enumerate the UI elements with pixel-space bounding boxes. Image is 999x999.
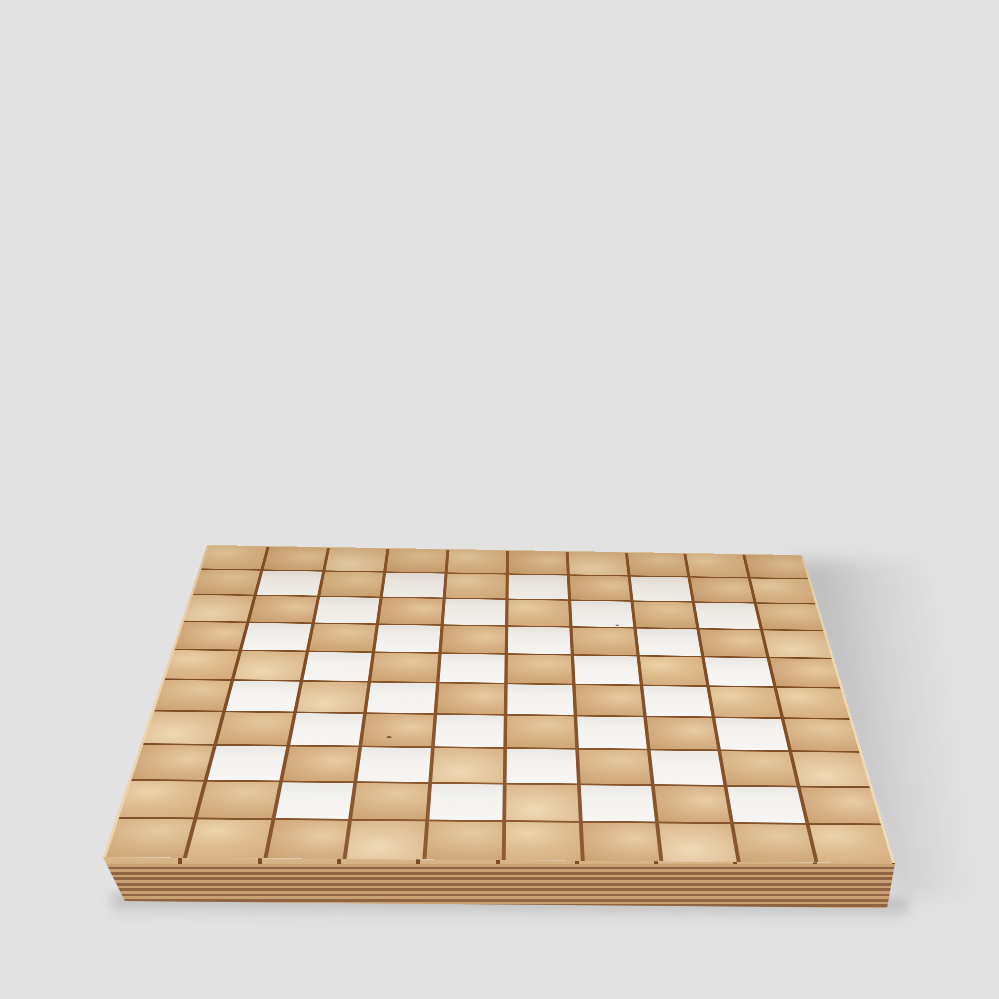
scene (0, 0, 999, 999)
border-cell (175, 622, 246, 650)
plywood-laminations (103, 864, 895, 908)
board-front-face (103, 855, 895, 908)
square-d7[interactable] (444, 599, 505, 625)
border-cell (448, 550, 506, 574)
square-a1[interactable] (197, 781, 278, 818)
square-c3[interactable] (363, 714, 434, 746)
square-c7[interactable] (379, 598, 442, 624)
square-f7[interactable] (571, 601, 633, 627)
border-cell (155, 680, 231, 711)
square-b8[interactable] (320, 572, 383, 597)
border-cell (734, 824, 815, 862)
square-h5[interactable] (705, 657, 773, 686)
square-h8[interactable] (691, 578, 754, 603)
square-f6[interactable] (572, 627, 636, 654)
border-cell (757, 604, 823, 630)
border-cell (144, 712, 222, 745)
square-g7[interactable] (633, 602, 696, 628)
square-b3[interactable] (290, 713, 363, 745)
square-e5[interactable] (508, 655, 572, 684)
square-h4[interactable] (710, 687, 781, 717)
square-a7[interactable] (250, 596, 317, 622)
square-e6[interactable] (508, 627, 571, 655)
square-f4[interactable] (575, 685, 642, 716)
border-cell (763, 630, 831, 657)
square-d3[interactable] (435, 715, 504, 747)
border-cell (387, 549, 447, 573)
border-cell (687, 554, 748, 578)
border-cell (583, 823, 659, 862)
square-c1[interactable] (352, 783, 428, 819)
square-b2[interactable] (283, 747, 359, 781)
square-d5[interactable] (440, 654, 505, 683)
square-a6[interactable] (242, 623, 311, 651)
square-c2[interactable] (358, 747, 431, 781)
border-cell (770, 658, 840, 687)
square-h3[interactable] (716, 718, 789, 750)
square-f1[interactable] (581, 785, 655, 821)
border-cell (267, 820, 348, 859)
border-cell (506, 822, 581, 861)
square-a3[interactable] (217, 712, 293, 745)
square-d4[interactable] (437, 683, 504, 714)
square-d2[interactable] (432, 748, 503, 782)
square-e1[interactable] (506, 784, 578, 820)
square-c6[interactable] (376, 625, 441, 653)
square-a2[interactable] (207, 746, 285, 780)
square-f2[interactable] (579, 750, 651, 784)
square-d8[interactable] (446, 574, 506, 599)
square-f3[interactable] (577, 717, 646, 749)
border-cell (509, 551, 567, 575)
square-b1[interactable] (275, 782, 354, 819)
border-cell (347, 821, 426, 860)
border-cell (187, 819, 271, 858)
border-cell (193, 570, 260, 595)
border-cell (810, 825, 892, 863)
square-h1[interactable] (728, 787, 806, 823)
square-d6[interactable] (442, 626, 505, 654)
square-e8[interactable] (509, 575, 568, 600)
square-c5[interactable] (371, 653, 438, 682)
border-cell (165, 650, 238, 679)
board-cell-grid (103, 545, 895, 863)
square-h6[interactable] (700, 629, 766, 656)
square-b4[interactable] (297, 682, 368, 713)
square-b5[interactable] (303, 652, 372, 681)
square-g4[interactable] (643, 686, 712, 717)
border-cell (801, 787, 881, 823)
border-cell (325, 548, 387, 572)
square-f5[interactable] (574, 656, 639, 685)
square-e4[interactable] (507, 684, 573, 715)
border-cell (202, 546, 267, 570)
square-c4[interactable] (367, 683, 436, 714)
square-d1[interactable] (429, 784, 502, 820)
square-a8[interactable] (257, 571, 322, 596)
square-b7[interactable] (315, 597, 380, 623)
square-g1[interactable] (654, 786, 730, 822)
border-cell (427, 821, 503, 860)
border-cell (132, 745, 213, 780)
border-cell (792, 752, 869, 786)
border-cell (785, 719, 859, 751)
board-top-surface (103, 545, 895, 863)
square-h2[interactable] (722, 751, 797, 785)
border-cell (106, 819, 193, 858)
border-cell (184, 595, 253, 621)
border-cell (263, 547, 326, 571)
border-cell (628, 553, 688, 577)
border-cell (659, 823, 738, 861)
square-g3[interactable] (646, 717, 717, 749)
border-cell (568, 552, 627, 576)
square-g8[interactable] (630, 577, 692, 602)
square-h7[interactable] (695, 603, 760, 629)
square-g6[interactable] (636, 628, 701, 655)
square-a4[interactable] (226, 681, 299, 712)
border-cell (777, 688, 849, 718)
square-a5[interactable] (234, 651, 305, 680)
square-e3[interactable] (507, 716, 575, 748)
square-e2[interactable] (507, 749, 577, 783)
border-cell (751, 579, 815, 604)
square-f8[interactable] (570, 576, 630, 601)
square-g5[interactable] (640, 656, 707, 685)
border-cell (119, 781, 203, 818)
square-g2[interactable] (650, 751, 723, 785)
square-b6[interactable] (309, 624, 376, 652)
border-cell (745, 555, 807, 579)
square-c8[interactable] (383, 573, 445, 598)
square-e7[interactable] (508, 600, 569, 626)
